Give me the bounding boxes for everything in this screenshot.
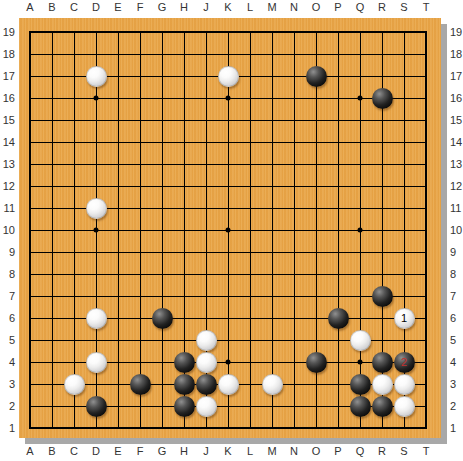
point-A3[interactable] [19, 373, 41, 395]
point-S9[interactable] [393, 241, 415, 263]
point-J10[interactable] [195, 219, 217, 241]
point-G7[interactable] [151, 285, 173, 307]
point-B4[interactable] [41, 351, 63, 373]
point-M7[interactable] [261, 285, 283, 307]
point-K18[interactable] [217, 43, 239, 65]
point-K5[interactable] [217, 329, 239, 351]
point-E18[interactable] [107, 43, 129, 65]
point-N16[interactable] [283, 87, 305, 109]
point-O7[interactable] [305, 285, 327, 307]
point-S13[interactable] [393, 153, 415, 175]
point-O9[interactable] [305, 241, 327, 263]
point-D19[interactable] [85, 21, 107, 43]
point-K6[interactable] [217, 307, 239, 329]
point-A17[interactable] [19, 65, 41, 87]
point-D4[interactable] [85, 351, 107, 373]
point-B15[interactable] [41, 109, 63, 131]
point-K14[interactable] [217, 131, 239, 153]
point-T10[interactable] [415, 219, 437, 241]
point-R5[interactable] [371, 329, 393, 351]
point-N14[interactable] [283, 131, 305, 153]
point-O11[interactable] [305, 197, 327, 219]
point-A1[interactable] [19, 417, 41, 439]
point-H12[interactable] [173, 175, 195, 197]
point-N13[interactable] [283, 153, 305, 175]
point-C9[interactable] [63, 241, 85, 263]
point-K15[interactable] [217, 109, 239, 131]
point-B2[interactable] [41, 395, 63, 417]
point-P13[interactable] [327, 153, 349, 175]
point-F5[interactable] [129, 329, 151, 351]
point-S14[interactable] [393, 131, 415, 153]
point-Q14[interactable] [349, 131, 371, 153]
point-C12[interactable] [63, 175, 85, 197]
point-T14[interactable] [415, 131, 437, 153]
point-B11[interactable] [41, 197, 63, 219]
point-E6[interactable] [107, 307, 129, 329]
point-N3[interactable] [283, 373, 305, 395]
point-T9[interactable] [415, 241, 437, 263]
point-K3[interactable] [217, 373, 239, 395]
point-G19[interactable] [151, 21, 173, 43]
point-G15[interactable] [151, 109, 173, 131]
point-F1[interactable] [129, 417, 151, 439]
point-R12[interactable] [371, 175, 393, 197]
point-Q3[interactable] [349, 373, 371, 395]
point-F3[interactable] [129, 373, 151, 395]
point-D10[interactable] [85, 219, 107, 241]
point-Q7[interactable] [349, 285, 371, 307]
point-H16[interactable] [173, 87, 195, 109]
point-A5[interactable] [19, 329, 41, 351]
point-E15[interactable] [107, 109, 129, 131]
point-T17[interactable] [415, 65, 437, 87]
point-D13[interactable] [85, 153, 107, 175]
point-A4[interactable] [19, 351, 41, 373]
point-N6[interactable] [283, 307, 305, 329]
point-M13[interactable] [261, 153, 283, 175]
point-R10[interactable] [371, 219, 393, 241]
point-C13[interactable] [63, 153, 85, 175]
point-B19[interactable] [41, 21, 63, 43]
point-C2[interactable] [63, 395, 85, 417]
point-O12[interactable] [305, 175, 327, 197]
point-S2[interactable] [393, 395, 415, 417]
point-T4[interactable] [415, 351, 437, 373]
point-C4[interactable] [63, 351, 85, 373]
point-L19[interactable] [239, 21, 261, 43]
point-E2[interactable] [107, 395, 129, 417]
point-N1[interactable] [283, 417, 305, 439]
point-D17[interactable] [85, 65, 107, 87]
point-L5[interactable] [239, 329, 261, 351]
point-L8[interactable] [239, 263, 261, 285]
point-C7[interactable] [63, 285, 85, 307]
point-F6[interactable] [129, 307, 151, 329]
point-K2[interactable] [217, 395, 239, 417]
point-Q5[interactable] [349, 329, 371, 351]
point-R19[interactable] [371, 21, 393, 43]
point-E9[interactable] [107, 241, 129, 263]
point-N10[interactable] [283, 219, 305, 241]
point-G4[interactable] [151, 351, 173, 373]
point-C19[interactable] [63, 21, 85, 43]
point-J6[interactable] [195, 307, 217, 329]
point-D8[interactable] [85, 263, 107, 285]
point-B9[interactable] [41, 241, 63, 263]
point-D12[interactable] [85, 175, 107, 197]
point-E1[interactable] [107, 417, 129, 439]
point-O16[interactable] [305, 87, 327, 109]
point-O2[interactable] [305, 395, 327, 417]
point-A16[interactable] [19, 87, 41, 109]
point-L7[interactable] [239, 285, 261, 307]
point-D3[interactable] [85, 373, 107, 395]
point-P4[interactable] [327, 351, 349, 373]
point-T7[interactable] [415, 285, 437, 307]
point-S1[interactable] [393, 417, 415, 439]
point-J14[interactable] [195, 131, 217, 153]
point-D7[interactable] [85, 285, 107, 307]
point-F17[interactable] [129, 65, 151, 87]
point-P6[interactable] [327, 307, 349, 329]
point-S15[interactable] [393, 109, 415, 131]
point-Q17[interactable] [349, 65, 371, 87]
point-B7[interactable] [41, 285, 63, 307]
point-G8[interactable] [151, 263, 173, 285]
point-R4[interactable] [371, 351, 393, 373]
point-C10[interactable] [63, 219, 85, 241]
point-P17[interactable] [327, 65, 349, 87]
point-A12[interactable] [19, 175, 41, 197]
point-J17[interactable] [195, 65, 217, 87]
point-H18[interactable] [173, 43, 195, 65]
point-O13[interactable] [305, 153, 327, 175]
point-B1[interactable] [41, 417, 63, 439]
point-L14[interactable] [239, 131, 261, 153]
point-F8[interactable] [129, 263, 151, 285]
point-M2[interactable] [261, 395, 283, 417]
point-J8[interactable] [195, 263, 217, 285]
point-R6[interactable] [371, 307, 393, 329]
point-G17[interactable] [151, 65, 173, 87]
point-B12[interactable] [41, 175, 63, 197]
point-T1[interactable] [415, 417, 437, 439]
point-E8[interactable] [107, 263, 129, 285]
point-O17[interactable] [305, 65, 327, 87]
point-K1[interactable] [217, 417, 239, 439]
point-P8[interactable] [327, 263, 349, 285]
point-C18[interactable] [63, 43, 85, 65]
point-G18[interactable] [151, 43, 173, 65]
point-R14[interactable] [371, 131, 393, 153]
point-A11[interactable] [19, 197, 41, 219]
point-F16[interactable] [129, 87, 151, 109]
point-E7[interactable] [107, 285, 129, 307]
point-G16[interactable] [151, 87, 173, 109]
point-A10[interactable] [19, 219, 41, 241]
point-L17[interactable] [239, 65, 261, 87]
point-S5[interactable] [393, 329, 415, 351]
point-C6[interactable] [63, 307, 85, 329]
point-P19[interactable] [327, 21, 349, 43]
point-H11[interactable] [173, 197, 195, 219]
point-A8[interactable] [19, 263, 41, 285]
point-M9[interactable] [261, 241, 283, 263]
point-S19[interactable] [393, 21, 415, 43]
point-Q18[interactable] [349, 43, 371, 65]
point-O14[interactable] [305, 131, 327, 153]
point-A15[interactable] [19, 109, 41, 131]
point-L10[interactable] [239, 219, 261, 241]
point-F11[interactable] [129, 197, 151, 219]
point-N7[interactable] [283, 285, 305, 307]
point-H1[interactable] [173, 417, 195, 439]
point-H8[interactable] [173, 263, 195, 285]
point-B8[interactable] [41, 263, 63, 285]
point-T6[interactable] [415, 307, 437, 329]
point-S18[interactable] [393, 43, 415, 65]
point-M19[interactable] [261, 21, 283, 43]
point-J13[interactable] [195, 153, 217, 175]
point-N17[interactable] [283, 65, 305, 87]
point-N2[interactable] [283, 395, 305, 417]
point-N18[interactable] [283, 43, 305, 65]
point-J2[interactable] [195, 395, 217, 417]
point-P15[interactable] [327, 109, 349, 131]
point-L13[interactable] [239, 153, 261, 175]
point-L9[interactable] [239, 241, 261, 263]
point-M1[interactable] [261, 417, 283, 439]
point-L6[interactable] [239, 307, 261, 329]
point-K7[interactable] [217, 285, 239, 307]
point-T15[interactable] [415, 109, 437, 131]
point-T16[interactable] [415, 87, 437, 109]
point-K11[interactable] [217, 197, 239, 219]
point-G12[interactable] [151, 175, 173, 197]
point-S17[interactable] [393, 65, 415, 87]
point-H5[interactable] [173, 329, 195, 351]
point-R11[interactable] [371, 197, 393, 219]
point-B17[interactable] [41, 65, 63, 87]
point-R1[interactable] [371, 417, 393, 439]
point-C14[interactable] [63, 131, 85, 153]
point-P12[interactable] [327, 175, 349, 197]
point-J18[interactable] [195, 43, 217, 65]
point-O19[interactable] [305, 21, 327, 43]
point-Q13[interactable] [349, 153, 371, 175]
point-A19[interactable] [19, 21, 41, 43]
point-L4[interactable] [239, 351, 261, 373]
point-L11[interactable] [239, 197, 261, 219]
point-K10[interactable] [217, 219, 239, 241]
point-Q8[interactable] [349, 263, 371, 285]
point-O8[interactable] [305, 263, 327, 285]
point-Q9[interactable] [349, 241, 371, 263]
point-E13[interactable] [107, 153, 129, 175]
point-R15[interactable] [371, 109, 393, 131]
point-D11[interactable] [85, 197, 107, 219]
point-C3[interactable] [63, 373, 85, 395]
point-N4[interactable] [283, 351, 305, 373]
point-D9[interactable] [85, 241, 107, 263]
point-N19[interactable] [283, 21, 305, 43]
point-H19[interactable] [173, 21, 195, 43]
point-K16[interactable] [217, 87, 239, 109]
point-Q11[interactable] [349, 197, 371, 219]
point-T18[interactable] [415, 43, 437, 65]
point-M6[interactable] [261, 307, 283, 329]
point-K17[interactable] [217, 65, 239, 87]
point-G10[interactable] [151, 219, 173, 241]
point-P2[interactable] [327, 395, 349, 417]
point-E10[interactable] [107, 219, 129, 241]
point-T11[interactable] [415, 197, 437, 219]
point-F12[interactable] [129, 175, 151, 197]
point-R16[interactable] [371, 87, 393, 109]
point-J12[interactable] [195, 175, 217, 197]
point-M12[interactable] [261, 175, 283, 197]
point-R17[interactable] [371, 65, 393, 87]
point-J16[interactable] [195, 87, 217, 109]
point-P16[interactable] [327, 87, 349, 109]
point-J5[interactable] [195, 329, 217, 351]
point-A9[interactable] [19, 241, 41, 263]
point-D1[interactable] [85, 417, 107, 439]
point-H13[interactable] [173, 153, 195, 175]
point-S10[interactable] [393, 219, 415, 241]
point-R13[interactable] [371, 153, 393, 175]
point-O3[interactable] [305, 373, 327, 395]
point-F9[interactable] [129, 241, 151, 263]
point-Q4[interactable] [349, 351, 371, 373]
point-E12[interactable] [107, 175, 129, 197]
point-L2[interactable] [239, 395, 261, 417]
point-O15[interactable] [305, 109, 327, 131]
point-S6[interactable]: 1 [393, 307, 415, 329]
point-S3[interactable] [393, 373, 415, 395]
point-N8[interactable] [283, 263, 305, 285]
point-J9[interactable] [195, 241, 217, 263]
point-E4[interactable] [107, 351, 129, 373]
point-A13[interactable] [19, 153, 41, 175]
point-M14[interactable] [261, 131, 283, 153]
point-Q15[interactable] [349, 109, 371, 131]
point-T5[interactable] [415, 329, 437, 351]
point-S4[interactable]: 2 [393, 351, 415, 373]
point-M17[interactable] [261, 65, 283, 87]
point-H6[interactable] [173, 307, 195, 329]
point-E17[interactable] [107, 65, 129, 87]
point-G6[interactable] [151, 307, 173, 329]
point-R2[interactable] [371, 395, 393, 417]
point-K13[interactable] [217, 153, 239, 175]
point-M15[interactable] [261, 109, 283, 131]
point-K4[interactable] [217, 351, 239, 373]
point-M5[interactable] [261, 329, 283, 351]
point-B13[interactable] [41, 153, 63, 175]
point-S7[interactable] [393, 285, 415, 307]
point-J7[interactable] [195, 285, 217, 307]
point-H17[interactable] [173, 65, 195, 87]
point-C17[interactable] [63, 65, 85, 87]
point-J15[interactable] [195, 109, 217, 131]
point-A18[interactable] [19, 43, 41, 65]
point-T19[interactable] [415, 21, 437, 43]
point-F4[interactable] [129, 351, 151, 373]
point-N15[interactable] [283, 109, 305, 131]
point-G1[interactable] [151, 417, 173, 439]
point-S12[interactable] [393, 175, 415, 197]
point-H9[interactable] [173, 241, 195, 263]
point-F2[interactable] [129, 395, 151, 417]
point-B18[interactable] [41, 43, 63, 65]
point-J3[interactable] [195, 373, 217, 395]
point-H3[interactable] [173, 373, 195, 395]
point-F19[interactable] [129, 21, 151, 43]
point-P3[interactable] [327, 373, 349, 395]
point-E11[interactable] [107, 197, 129, 219]
point-H10[interactable] [173, 219, 195, 241]
point-C1[interactable] [63, 417, 85, 439]
point-H7[interactable] [173, 285, 195, 307]
point-R3[interactable] [371, 373, 393, 395]
point-L18[interactable] [239, 43, 261, 65]
point-A6[interactable] [19, 307, 41, 329]
point-P7[interactable] [327, 285, 349, 307]
point-L3[interactable] [239, 373, 261, 395]
point-Q16[interactable] [349, 87, 371, 109]
point-M8[interactable] [261, 263, 283, 285]
point-F18[interactable] [129, 43, 151, 65]
point-M4[interactable] [261, 351, 283, 373]
point-K12[interactable] [217, 175, 239, 197]
point-O10[interactable] [305, 219, 327, 241]
point-E5[interactable] [107, 329, 129, 351]
point-Q2[interactable] [349, 395, 371, 417]
point-C15[interactable] [63, 109, 85, 131]
point-A14[interactable] [19, 131, 41, 153]
point-P18[interactable] [327, 43, 349, 65]
point-G2[interactable] [151, 395, 173, 417]
point-B5[interactable] [41, 329, 63, 351]
point-M16[interactable] [261, 87, 283, 109]
point-F13[interactable] [129, 153, 151, 175]
point-L12[interactable] [239, 175, 261, 197]
point-T12[interactable] [415, 175, 437, 197]
point-O5[interactable] [305, 329, 327, 351]
point-D5[interactable] [85, 329, 107, 351]
point-E3[interactable] [107, 373, 129, 395]
point-P14[interactable] [327, 131, 349, 153]
point-O1[interactable] [305, 417, 327, 439]
point-J4[interactable] [195, 351, 217, 373]
point-S8[interactable] [393, 263, 415, 285]
point-S16[interactable] [393, 87, 415, 109]
point-J11[interactable] [195, 197, 217, 219]
point-B10[interactable] [41, 219, 63, 241]
point-D16[interactable] [85, 87, 107, 109]
point-R9[interactable] [371, 241, 393, 263]
point-C11[interactable] [63, 197, 85, 219]
point-P5[interactable] [327, 329, 349, 351]
point-B6[interactable] [41, 307, 63, 329]
point-O4[interactable] [305, 351, 327, 373]
point-R8[interactable] [371, 263, 393, 285]
point-B3[interactable] [41, 373, 63, 395]
point-N9[interactable] [283, 241, 305, 263]
point-F15[interactable] [129, 109, 151, 131]
